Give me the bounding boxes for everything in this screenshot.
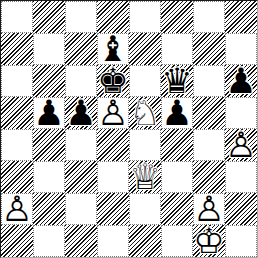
square-f3[interactable] (161, 161, 193, 193)
square-c1[interactable] (65, 225, 97, 257)
black-pawn: ♟ (65, 97, 97, 129)
square-c7[interactable] (65, 33, 97, 65)
square-a5[interactable] (1, 97, 33, 129)
white-pawn: ♙ (225, 129, 257, 161)
square-b5[interactable]: ♟ (33, 97, 65, 129)
square-h6[interactable]: ♟ (225, 65, 257, 97)
square-d8[interactable] (97, 1, 129, 33)
square-b2[interactable] (33, 193, 65, 225)
black-bishop: ♝ (98, 34, 128, 64)
square-b4[interactable] (33, 129, 65, 161)
square-a3[interactable] (1, 161, 33, 193)
square-f7[interactable] (161, 33, 193, 65)
square-h2[interactable] (225, 193, 257, 225)
square-c8[interactable] (65, 1, 97, 33)
square-c2[interactable] (65, 193, 97, 225)
square-f2[interactable] (161, 193, 193, 225)
black-king: ♚ (97, 65, 129, 97)
square-e6[interactable] (129, 65, 161, 97)
square-a2[interactable]: ♟♙ (1, 193, 33, 225)
square-c6[interactable] (65, 65, 97, 97)
square-b1[interactable] (33, 225, 65, 257)
square-e3[interactable]: ♛♕ (129, 161, 161, 193)
square-f4[interactable] (161, 129, 193, 161)
white-pawn-fill: ♟ (2, 194, 32, 224)
white-queen-fill: ♛ (129, 161, 161, 193)
square-h7[interactable] (225, 33, 257, 65)
square-c3[interactable] (65, 161, 97, 193)
square-f1[interactable] (161, 225, 193, 257)
white-queen: ♕ (129, 161, 161, 193)
square-h4[interactable]: ♟♙ (225, 129, 257, 161)
white-pawn-fill: ♟ (225, 129, 257, 161)
chessboard-frame: ♝♚♛♟♟♟♟♙♞♘♟♟♙♛♕♟♙♟♙♚♔ (0, 0, 258, 258)
black-queen: ♛ (161, 65, 193, 97)
white-king: ♔ (193, 225, 225, 257)
square-g6[interactable] (193, 65, 225, 97)
black-pawn: ♟ (162, 98, 192, 128)
square-e1[interactable] (129, 225, 161, 257)
chessboard: ♝♚♛♟♟♟♟♙♞♘♟♟♙♛♕♟♙♟♙♚♔ (1, 1, 257, 257)
square-a4[interactable] (1, 129, 33, 161)
square-g4[interactable] (193, 129, 225, 161)
square-f8[interactable] (161, 1, 193, 33)
black-pawn: ♟ (34, 98, 64, 128)
square-a7[interactable] (1, 33, 33, 65)
square-h5[interactable] (225, 97, 257, 129)
white-pawn: ♙ (2, 194, 32, 224)
square-h1[interactable] (225, 225, 257, 257)
square-e7[interactable] (129, 33, 161, 65)
white-knight-fill: ♞ (129, 97, 161, 129)
square-a8[interactable] (1, 1, 33, 33)
white-pawn-fill: ♟ (98, 98, 128, 128)
square-e4[interactable] (129, 129, 161, 161)
square-f6[interactable]: ♛ (161, 65, 193, 97)
white-pawn-fill: ♟ (194, 194, 224, 224)
white-pawn: ♙ (194, 194, 224, 224)
square-b6[interactable] (33, 65, 65, 97)
square-d6[interactable]: ♚ (97, 65, 129, 97)
square-a6[interactable] (1, 65, 33, 97)
square-a1[interactable] (1, 225, 33, 257)
square-h8[interactable] (225, 1, 257, 33)
square-d4[interactable] (97, 129, 129, 161)
white-king-fill: ♚ (193, 225, 225, 257)
square-h3[interactable] (225, 161, 257, 193)
square-e2[interactable] (129, 193, 161, 225)
square-g7[interactable] (193, 33, 225, 65)
square-g2[interactable]: ♟♙ (193, 193, 225, 225)
square-b7[interactable] (33, 33, 65, 65)
white-pawn: ♙ (98, 98, 128, 128)
square-g3[interactable] (193, 161, 225, 193)
black-pawn: ♟ (225, 65, 257, 97)
white-knight: ♘ (129, 97, 161, 129)
square-d2[interactable] (97, 193, 129, 225)
square-e5[interactable]: ♞♘ (129, 97, 161, 129)
square-b3[interactable] (33, 161, 65, 193)
square-b8[interactable] (33, 1, 65, 33)
square-g8[interactable] (193, 1, 225, 33)
square-d1[interactable] (97, 225, 129, 257)
square-f5[interactable]: ♟ (161, 97, 193, 129)
square-c4[interactable] (65, 129, 97, 161)
square-d5[interactable]: ♟♙ (97, 97, 129, 129)
square-e8[interactable] (129, 1, 161, 33)
square-d3[interactable] (97, 161, 129, 193)
square-c5[interactable]: ♟ (65, 97, 97, 129)
square-d7[interactable]: ♝ (97, 33, 129, 65)
square-g1[interactable]: ♚♔ (193, 225, 225, 257)
square-g5[interactable] (193, 97, 225, 129)
